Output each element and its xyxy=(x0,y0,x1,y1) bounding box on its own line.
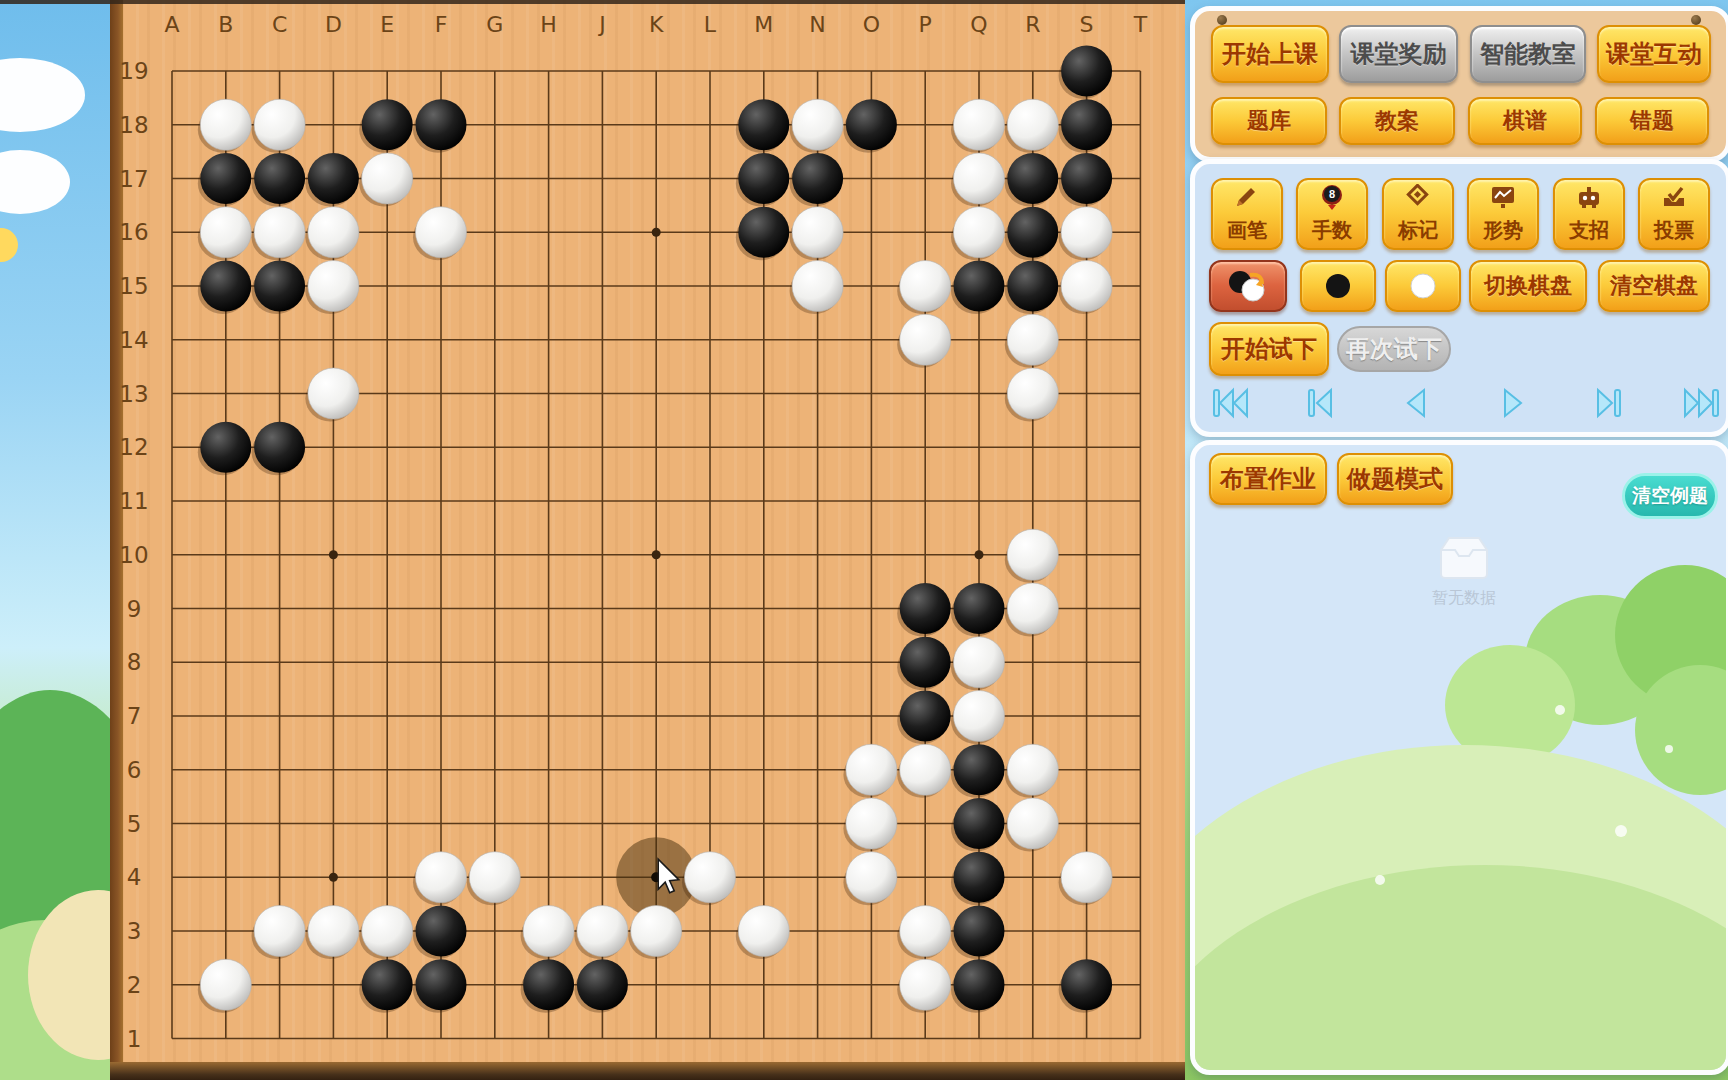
step-forward-icon xyxy=(1588,386,1628,420)
previous-icon xyxy=(1396,386,1436,420)
window-top-edge xyxy=(0,0,1185,4)
next-move-button[interactable] xyxy=(1493,386,1533,422)
start-class-button[interactable]: 开始上课 xyxy=(1211,25,1329,83)
empty-box-icon xyxy=(1435,532,1493,580)
empty-state-text: 暂无数据 xyxy=(1404,588,1524,609)
hint-robot-icon xyxy=(1575,184,1603,215)
sun-icon xyxy=(0,228,18,262)
svg-text:S: S xyxy=(1080,12,1094,37)
svg-text:8: 8 xyxy=(1329,188,1335,200)
class-interaction-button[interactable]: 课堂互动 xyxy=(1597,25,1711,83)
svg-text:14: 14 xyxy=(119,327,148,353)
svg-text:L: L xyxy=(704,12,717,37)
white-stone-mode-button[interactable] xyxy=(1385,260,1461,312)
practice-mode-button[interactable]: 做题模式 xyxy=(1337,453,1453,505)
svg-text:F: F xyxy=(435,12,448,37)
svg-text:6: 6 xyxy=(127,757,142,783)
marker-icon xyxy=(1404,184,1432,215)
svg-text:19: 19 xyxy=(119,58,148,84)
territory-tool-button[interactable]: 形势 xyxy=(1467,178,1539,250)
step-back-icon xyxy=(1301,386,1341,420)
svg-text:R: R xyxy=(1025,12,1040,37)
cloud-shape xyxy=(0,150,70,214)
svg-text:T: T xyxy=(1133,12,1148,37)
tool-label: 画笔 xyxy=(1227,217,1267,244)
svg-text:8: 8 xyxy=(127,649,142,675)
clear-examples-button[interactable]: 清空例题 xyxy=(1622,473,1718,519)
svg-text:15: 15 xyxy=(119,273,148,299)
svg-text:K: K xyxy=(649,12,664,37)
brush-tool-button[interactable]: 画笔 xyxy=(1211,178,1283,250)
svg-text:4: 4 xyxy=(127,864,142,890)
black-stone-mode-button[interactable] xyxy=(1300,260,1376,312)
empty-state: 暂无数据 xyxy=(1404,532,1524,609)
svg-text:J: J xyxy=(597,12,606,37)
assign-homework-button[interactable]: 布置作业 xyxy=(1209,453,1327,505)
svg-text:B: B xyxy=(218,12,233,37)
territory-icon xyxy=(1489,184,1517,215)
retry-trial-button-disabled[interactable]: 再次试下 xyxy=(1337,326,1451,372)
start-trial-button[interactable]: 开始试下 xyxy=(1209,322,1329,376)
vote-tool-button[interactable]: 投票 xyxy=(1638,178,1710,250)
smart-classroom-button[interactable]: 智能教室 xyxy=(1470,25,1586,83)
clear-board-button[interactable]: 清空棋盘 xyxy=(1598,260,1710,312)
tool-label: 支招 xyxy=(1569,217,1609,244)
svg-text:H: H xyxy=(540,12,557,37)
board-tools-card: 画笔 8 手数 标记 形势 支招 投票 切 xyxy=(1190,159,1728,437)
white-stone-icon xyxy=(1408,271,1438,301)
svg-text:C: C xyxy=(272,12,287,37)
svg-text:O: O xyxy=(863,12,880,37)
game-record-button[interactable]: 棋谱 xyxy=(1468,97,1582,145)
tool-label: 标记 xyxy=(1398,217,1438,244)
cloud-shape xyxy=(0,58,85,132)
app-window: ABCDEFGHJKLMNOPQRST191817161514131211109… xyxy=(0,0,1728,1080)
svg-text:1: 1 xyxy=(127,1026,142,1052)
svg-text:2: 2 xyxy=(127,972,142,998)
question-bank-button[interactable]: 题库 xyxy=(1211,97,1327,145)
svg-text:P: P xyxy=(919,12,932,37)
go-board[interactable]: ABCDEFGHJKLMNOPQRST191817161514131211109… xyxy=(110,0,1185,1080)
svg-text:5: 5 xyxy=(127,811,142,837)
svg-text:11: 11 xyxy=(119,488,148,514)
svg-text:D: D xyxy=(325,12,342,37)
svg-text:17: 17 xyxy=(119,166,148,192)
tool-label: 手数 xyxy=(1312,217,1352,244)
tool-label: 形势 xyxy=(1483,217,1523,244)
wrong-question-button[interactable]: 错题 xyxy=(1595,97,1709,145)
move-number-tool-button[interactable]: 8 手数 xyxy=(1296,178,1368,250)
svg-text:M: M xyxy=(754,12,773,37)
svg-text:13: 13 xyxy=(119,381,148,407)
alternate-black-white-icon xyxy=(1226,269,1270,303)
svg-text:3: 3 xyxy=(127,918,142,944)
svg-text:9: 9 xyxy=(127,596,142,622)
svg-text:E: E xyxy=(380,12,394,37)
jump-to-last-button[interactable] xyxy=(1681,386,1721,422)
svg-text:7: 7 xyxy=(127,703,142,729)
black-stone-icon xyxy=(1323,271,1353,301)
marker-tool-button[interactable]: 标记 xyxy=(1382,178,1454,250)
class-control-card: 开始上课 课堂奖励 智能教室 课堂互动 题库 教案 棋谱 错题 xyxy=(1190,6,1728,162)
board-grid-and-stones[interactable]: ABCDEFGHJKLMNOPQRST191817161514131211109… xyxy=(110,0,1185,1080)
pencil-icon xyxy=(1233,184,1261,215)
tool-label: 投票 xyxy=(1654,217,1694,244)
previous-move-button[interactable] xyxy=(1396,386,1436,422)
lesson-plan-button[interactable]: 教案 xyxy=(1339,97,1455,145)
next-icon xyxy=(1493,386,1533,420)
switch-board-button[interactable]: 切换棋盘 xyxy=(1469,260,1587,312)
background-scenery-left xyxy=(0,0,110,1080)
move-number-icon: 8 xyxy=(1318,184,1346,215)
svg-text:N: N xyxy=(809,12,825,37)
svg-text:16: 16 xyxy=(119,219,148,245)
step-forward-button[interactable] xyxy=(1588,386,1628,422)
jump-to-first-icon xyxy=(1211,386,1251,420)
vote-icon xyxy=(1660,184,1688,215)
svg-text:10: 10 xyxy=(119,542,148,568)
jump-to-last-icon xyxy=(1681,386,1721,420)
pin-icon xyxy=(1691,15,1701,25)
hint-tool-button[interactable]: 支招 xyxy=(1553,178,1625,250)
alternate-stone-mode-button[interactable] xyxy=(1209,260,1287,312)
pin-icon xyxy=(1217,15,1227,25)
svg-text:12: 12 xyxy=(119,434,148,460)
svg-text:G: G xyxy=(486,12,503,37)
class-reward-button[interactable]: 课堂奖励 xyxy=(1339,25,1458,83)
svg-text:18: 18 xyxy=(119,112,148,138)
jump-to-first-button[interactable] xyxy=(1211,386,1251,422)
step-back-button[interactable] xyxy=(1301,386,1341,422)
svg-text:Q: Q xyxy=(970,12,987,37)
svg-text:A: A xyxy=(164,12,179,37)
